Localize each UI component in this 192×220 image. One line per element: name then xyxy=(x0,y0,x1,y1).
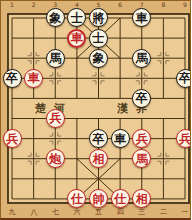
piece-glyph: 相 xyxy=(136,192,148,204)
piece-glyph: 兵 xyxy=(136,132,148,144)
piece-black-將[interactable]: 將 xyxy=(89,8,108,27)
piece-black-士[interactable]: 士 xyxy=(89,29,108,48)
file-label-bottom-4: 六 xyxy=(73,208,80,216)
piece-glyph: 象 xyxy=(49,11,61,23)
piece-red-相[interactable]: 相 xyxy=(89,149,108,168)
piece-glyph: 士 xyxy=(71,11,83,23)
file-label-bottom-2: 八 xyxy=(30,208,37,216)
piece-glyph: 兵 xyxy=(6,132,18,144)
piece-red-相[interactable]: 相 xyxy=(132,189,151,208)
piece-black-車[interactable]: 車 xyxy=(111,129,130,148)
piece-red-帥[interactable]: 帥 xyxy=(89,189,108,208)
piece-glyph: 車 xyxy=(114,132,126,144)
piece-black-馬[interactable]: 馬 xyxy=(132,49,151,68)
xiangqi-board: 123456789 九八七六五四三二一 楚河 漢界 象士將車車士馬象馬卒車卒卒兵… xyxy=(0,0,191,220)
piece-glyph: 卒 xyxy=(136,92,148,104)
piece-glyph: 車 xyxy=(28,72,40,84)
piece-red-仕[interactable]: 仕 xyxy=(111,189,130,208)
file-label-bottom-1: 九 xyxy=(9,208,16,216)
piece-glyph: 炮 xyxy=(49,152,61,164)
piece-red-車[interactable]: 車 xyxy=(24,69,43,88)
piece-black-象[interactable]: 象 xyxy=(46,8,65,27)
piece-red-兵[interactable]: 兵 xyxy=(3,129,22,148)
file-label-bottom-5: 五 xyxy=(95,208,102,216)
piece-glyph: 卒 xyxy=(6,72,18,84)
piece-red-馬[interactable]: 馬 xyxy=(132,149,151,168)
piece-black-象[interactable]: 象 xyxy=(89,49,108,68)
piece-red-炮[interactable]: 炮 xyxy=(46,149,65,168)
piece-glyph: 將 xyxy=(93,11,105,23)
piece-glyph: 帥 xyxy=(93,192,105,204)
piece-glyph: 馬 xyxy=(136,52,148,64)
piece-black-卒[interactable]: 卒 xyxy=(89,129,108,148)
piece-glyph: 馬 xyxy=(49,52,61,64)
piece-glyph: 車 xyxy=(71,32,83,44)
piece-red-仕[interactable]: 仕 xyxy=(67,189,86,208)
piece-red-兵[interactable]: 兵 xyxy=(176,129,192,148)
piece-glyph: 士 xyxy=(93,32,105,44)
file-label-bottom-9: 一 xyxy=(182,208,189,216)
piece-black-卒[interactable]: 卒 xyxy=(3,69,22,88)
piece-black-卒[interactable]: 卒 xyxy=(176,69,192,88)
piece-red-兵[interactable]: 兵 xyxy=(132,129,151,148)
piece-glyph: 兵 xyxy=(179,132,191,144)
piece-glyph: 車 xyxy=(136,11,148,23)
file-label-bottom-3: 七 xyxy=(52,208,59,216)
file-label-bottom-7: 三 xyxy=(138,208,145,216)
file-label-bottom-6: 四 xyxy=(117,208,124,216)
piece-glyph: 相 xyxy=(93,152,105,164)
piece-black-士[interactable]: 士 xyxy=(67,8,86,27)
piece-glyph: 仕 xyxy=(71,192,83,204)
piece-red-車[interactable]: 車 xyxy=(67,29,86,48)
piece-black-馬[interactable]: 馬 xyxy=(46,49,65,68)
piece-black-卒[interactable]: 卒 xyxy=(132,89,151,108)
piece-red-兵[interactable]: 兵 xyxy=(46,109,65,128)
piece-layer: 象士將車車士馬象馬卒車卒卒兵兵卒車兵兵炮相馬仕帥仕相 xyxy=(1,8,191,209)
piece-glyph: 卒 xyxy=(93,132,105,144)
file-label-bottom-8: 二 xyxy=(160,208,167,216)
piece-glyph: 象 xyxy=(93,52,105,64)
piece-black-車[interactable]: 車 xyxy=(132,8,151,27)
piece-glyph: 兵 xyxy=(49,112,61,124)
piece-glyph: 仕 xyxy=(114,192,126,204)
piece-glyph: 卒 xyxy=(179,72,191,84)
piece-glyph: 馬 xyxy=(136,152,148,164)
file-labels-bottom: 九八七六五四三二一 xyxy=(1,208,191,216)
